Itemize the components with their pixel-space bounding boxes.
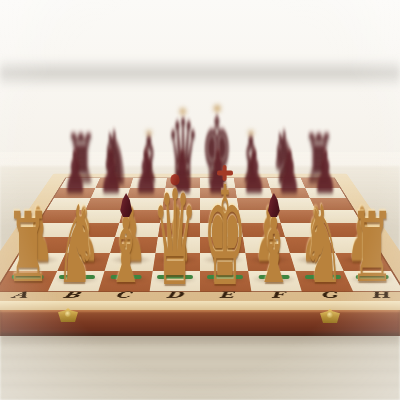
piece-white-queen-d1[interactable]: ♛ xyxy=(153,173,198,305)
chess-set-photo: ABCDEFGH ♜♞♝♛♚♝♞♜♟♟♟♟♟♟♟♟♟♟♟♟♟♟♟♟♜♞♝♛♚♝♞… xyxy=(0,0,400,400)
piece-white-bishop-c1[interactable]: ♝ xyxy=(108,206,144,296)
red-cross-finial xyxy=(217,165,233,181)
piece-white-king-e1[interactable]: ♚ xyxy=(203,168,246,305)
tan-tip-finial xyxy=(249,130,253,136)
tan-tip-finial xyxy=(147,130,151,136)
pieces-layer: ♜♞♝♛♚♝♞♜♟♟♟♟♟♟♟♟♟♟♟♟♟♟♟♟♜♞♝♛♚♝♞♜ xyxy=(0,0,400,400)
red-knob-finial xyxy=(171,174,180,185)
piece-white-rook-a1[interactable]: ♜ xyxy=(5,201,50,297)
piece-white-rook-h1[interactable]: ♜ xyxy=(350,201,395,297)
piece-white-knight-b1[interactable]: ♞ xyxy=(57,192,97,299)
piece-white-bishop-f1[interactable]: ♝ xyxy=(256,206,292,296)
tan-tip-finial xyxy=(214,105,220,112)
tan-tip-finial xyxy=(180,108,186,115)
piece-white-knight-g1[interactable]: ♞ xyxy=(303,192,343,299)
